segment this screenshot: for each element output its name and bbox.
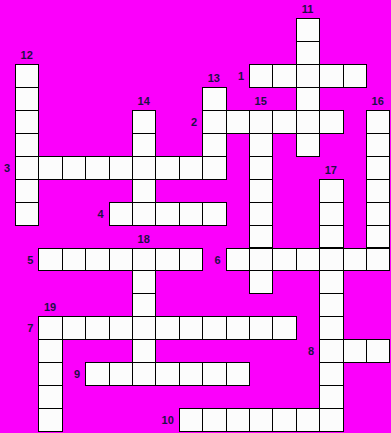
crossword-cell[interactable] [38, 156, 62, 180]
crossword-cell[interactable] [202, 408, 226, 432]
crossword-cell[interactable] [155, 316, 179, 340]
crossword-cell[interactable] [15, 179, 39, 203]
crossword-cell[interactable] [296, 133, 320, 157]
crossword-cell[interactable] [132, 156, 156, 180]
crossword-cell[interactable] [319, 339, 343, 363]
crossword-cell[interactable] [272, 110, 296, 134]
crossword-cell[interactable] [38, 339, 62, 363]
crossword-cell[interactable] [15, 156, 39, 180]
crossword-cell[interactable] [296, 41, 320, 65]
clue-number-16: 16 [366, 95, 389, 107]
crossword-cell[interactable] [366, 202, 390, 226]
crossword-cell[interactable] [179, 362, 203, 386]
crossword-cell[interactable] [319, 362, 343, 386]
crossword-cell[interactable] [249, 179, 273, 203]
crossword-cell[interactable] [249, 156, 273, 180]
crossword-cell[interactable] [319, 270, 343, 294]
clue-number-1: 1 [225, 70, 244, 82]
crossword-cell[interactable] [38, 385, 62, 409]
crossword-cell[interactable] [366, 248, 390, 272]
crossword-cell[interactable] [202, 156, 226, 180]
crossword-cell[interactable] [179, 408, 203, 432]
crossword-cell[interactable] [85, 248, 109, 272]
crossword-cell[interactable] [296, 64, 320, 88]
crossword-cell[interactable] [15, 133, 39, 157]
clue-number-7: 7 [14, 322, 33, 334]
crossword-cell[interactable] [15, 202, 39, 226]
crossword-cell[interactable] [202, 362, 226, 386]
clue-number-5: 5 [14, 254, 33, 266]
clue-number-18: 18 [132, 233, 155, 245]
crossword-cell[interactable] [38, 408, 62, 432]
clue-number-3: 3 [0, 162, 10, 174]
crossword-cell[interactable] [226, 248, 250, 272]
clue-number-8: 8 [295, 345, 314, 357]
crossword-cell[interactable] [296, 87, 320, 111]
crossword-cell[interactable] [85, 316, 109, 340]
crossword-cell[interactable] [366, 179, 390, 203]
clue-number-9: 9 [61, 368, 80, 380]
crossword-cell[interactable] [132, 133, 156, 157]
crossword-cell[interactable] [226, 110, 250, 134]
crossword-cell[interactable] [202, 316, 226, 340]
crossword-cell[interactable] [132, 110, 156, 134]
crossword-cell[interactable] [202, 87, 226, 111]
crossword-cell[interactable] [132, 339, 156, 363]
crossword-cell[interactable] [132, 293, 156, 317]
crossword-cell[interactable] [319, 225, 343, 249]
crossword-cell[interactable] [109, 248, 133, 272]
crossword-cell[interactable] [366, 339, 390, 363]
crossword-cell[interactable] [226, 362, 250, 386]
crossword-cell[interactable] [202, 202, 226, 226]
crossword-cell[interactable] [272, 248, 296, 272]
crossword-cell[interactable] [109, 202, 133, 226]
crossword-cell[interactable] [272, 64, 296, 88]
crossword-cell[interactable] [319, 293, 343, 317]
crossword-cell[interactable] [366, 133, 390, 157]
crossword-cell[interactable] [249, 64, 273, 88]
crossword-cell[interactable] [132, 362, 156, 386]
crossword-cell[interactable] [319, 316, 343, 340]
crossword-cell[interactable] [343, 248, 367, 272]
crossword-cell[interactable] [272, 408, 296, 432]
crossword-cell[interactable] [38, 248, 62, 272]
crossword-cell[interactable] [249, 270, 273, 294]
crossword-cell[interactable] [366, 156, 390, 180]
crossword-cell[interactable] [15, 110, 39, 134]
crossword-cell[interactable] [132, 179, 156, 203]
clue-number-2: 2 [178, 116, 197, 128]
clue-number-19: 19 [38, 301, 61, 313]
crossword-cell[interactable] [179, 202, 203, 226]
crossword-cell[interactable] [132, 248, 156, 272]
crossword-cell[interactable] [132, 316, 156, 340]
clue-number-6: 6 [202, 254, 221, 266]
crossword-cell[interactable] [319, 202, 343, 226]
crossword-cell[interactable] [296, 110, 320, 134]
clue-number-12: 12 [15, 49, 38, 61]
crossword-cell[interactable] [85, 362, 109, 386]
crossword-cell[interactable] [38, 362, 62, 386]
crossword-cell[interactable] [296, 18, 320, 42]
crossword-cell[interactable] [319, 179, 343, 203]
crossword-cell[interactable] [226, 316, 250, 340]
crossword-board: 12345678910111213141516171819 [0, 0, 391, 433]
crossword-cell[interactable] [343, 339, 367, 363]
crossword-cell[interactable] [249, 202, 273, 226]
crossword-cell[interactable] [62, 248, 86, 272]
crossword-cell[interactable] [319, 64, 343, 88]
clue-number-15: 15 [249, 95, 272, 107]
crossword-cell[interactable] [179, 248, 203, 272]
crossword-cell[interactable] [319, 385, 343, 409]
clue-number-17: 17 [319, 164, 342, 176]
crossword-cell[interactable] [109, 316, 133, 340]
crossword-cell[interactable] [249, 225, 273, 249]
crossword-cell[interactable] [109, 362, 133, 386]
crossword-cell[interactable] [319, 110, 343, 134]
crossword-cell[interactable] [179, 316, 203, 340]
crossword-cell[interactable] [202, 110, 226, 134]
crossword-cell[interactable] [296, 408, 320, 432]
crossword-cell[interactable] [15, 64, 39, 88]
clue-number-11: 11 [296, 3, 319, 15]
crossword-cell[interactable] [296, 248, 320, 272]
crossword-cell[interactable] [202, 133, 226, 157]
crossword-cell[interactable] [155, 156, 179, 180]
crossword-cell[interactable] [109, 156, 133, 180]
crossword-cell[interactable] [343, 64, 367, 88]
crossword-cell[interactable] [249, 248, 273, 272]
crossword-cell[interactable] [155, 248, 179, 272]
crossword-cell[interactable] [179, 156, 203, 180]
crossword-cell[interactable] [249, 408, 273, 432]
crossword-cell[interactable] [249, 110, 273, 134]
clue-number-14: 14 [132, 95, 155, 107]
crossword-cell[interactable] [319, 408, 343, 432]
crossword-cell[interactable] [249, 133, 273, 157]
crossword-cell[interactable] [226, 408, 250, 432]
crossword-cell[interactable] [155, 202, 179, 226]
crossword-cell[interactable] [366, 225, 390, 249]
crossword-cell[interactable] [85, 156, 109, 180]
crossword-cell[interactable] [249, 316, 273, 340]
clue-number-4: 4 [85, 208, 104, 220]
crossword-cell[interactable] [62, 156, 86, 180]
crossword-cell[interactable] [272, 316, 296, 340]
crossword-cell[interactable] [155, 362, 179, 386]
crossword-cell[interactable] [366, 110, 390, 134]
crossword-cell[interactable] [15, 87, 39, 111]
crossword-cell[interactable] [132, 202, 156, 226]
crossword-cell[interactable] [132, 270, 156, 294]
clue-number-13: 13 [202, 72, 225, 84]
clue-number-10: 10 [155, 414, 174, 426]
crossword-cell[interactable] [319, 248, 343, 272]
crossword-cell[interactable] [62, 316, 86, 340]
crossword-cell[interactable] [38, 316, 62, 340]
